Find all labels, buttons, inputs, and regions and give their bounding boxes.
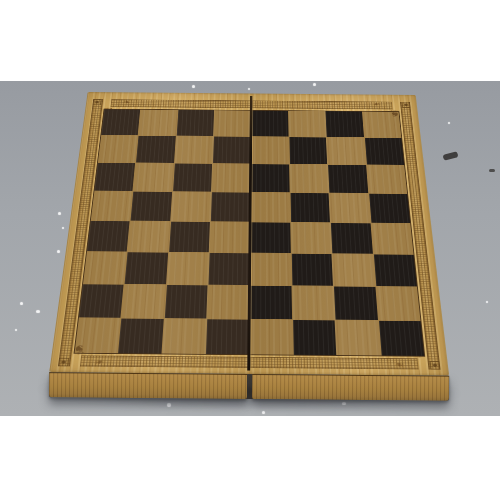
letterbox-bottom bbox=[0, 416, 500, 500]
square-b3[interactable] bbox=[125, 252, 168, 284]
square-h3[interactable] bbox=[374, 254, 417, 286]
square-e8[interactable] bbox=[252, 111, 289, 137]
square-a1[interactable] bbox=[75, 318, 121, 353]
floor-mark bbox=[489, 169, 495, 172]
square-g4[interactable] bbox=[331, 223, 372, 254]
square-b8[interactable] bbox=[139, 110, 177, 136]
board-front-edge bbox=[49, 372, 449, 400]
square-d1[interactable] bbox=[206, 319, 249, 354]
square-f2[interactable] bbox=[292, 286, 335, 319]
board-front-left bbox=[49, 372, 247, 399]
corner-rosette-icon bbox=[92, 99, 101, 105]
square-b2[interactable] bbox=[122, 285, 166, 318]
square-c4[interactable] bbox=[169, 222, 210, 253]
strip-ornament-icon: ❧ bbox=[94, 357, 104, 366]
square-e2[interactable] bbox=[250, 286, 292, 319]
square-h7[interactable] bbox=[365, 138, 405, 165]
square-c7[interactable] bbox=[175, 136, 214, 163]
square-f6[interactable] bbox=[290, 164, 329, 192]
square-c8[interactable] bbox=[176, 110, 214, 136]
square-d3[interactable] bbox=[209, 253, 250, 285]
square-d6[interactable] bbox=[212, 164, 251, 192]
board-top-face: ❦ ❦ ❦ ❦ ❧ ❧ ❧ ❧ bbox=[49, 92, 449, 376]
square-f5[interactable] bbox=[290, 193, 330, 222]
square-b6[interactable] bbox=[134, 163, 174, 191]
corner-rosette-icon bbox=[402, 102, 411, 108]
square-c6[interactable] bbox=[173, 163, 212, 191]
square-e7[interactable] bbox=[251, 137, 289, 164]
square-a2[interactable] bbox=[79, 284, 124, 317]
square-e3[interactable] bbox=[250, 253, 291, 285]
square-c2[interactable] bbox=[165, 285, 208, 318]
square-h2[interactable] bbox=[376, 287, 420, 320]
square-g2[interactable] bbox=[334, 286, 377, 319]
square-a7[interactable] bbox=[98, 136, 138, 163]
square-h1[interactable] bbox=[379, 321, 424, 356]
square-g7[interactable] bbox=[327, 137, 366, 164]
square-d5[interactable] bbox=[211, 192, 250, 221]
square-f7[interactable] bbox=[289, 137, 327, 164]
square-e6[interactable] bbox=[251, 164, 289, 192]
square-d4[interactable] bbox=[210, 222, 250, 253]
square-d2[interactable] bbox=[207, 285, 249, 318]
square-b5[interactable] bbox=[131, 192, 172, 221]
square-b4[interactable] bbox=[128, 221, 170, 252]
square-h5[interactable] bbox=[369, 194, 410, 223]
strip-ornament-icon: ❧ bbox=[395, 360, 405, 369]
square-g5[interactable] bbox=[330, 193, 371, 222]
square-f1[interactable] bbox=[293, 320, 337, 355]
strip-ornament-icon: ❧ bbox=[122, 99, 130, 106]
square-f3[interactable] bbox=[292, 254, 334, 286]
square-g3[interactable] bbox=[333, 254, 375, 286]
letterbox-top bbox=[0, 0, 500, 81]
square-b7[interactable] bbox=[136, 136, 175, 163]
square-e4[interactable] bbox=[251, 222, 291, 253]
chessboard: ❦ ❦ ❦ ❦ ❧ ❧ ❧ ❧ bbox=[49, 92, 449, 376]
square-g8[interactable] bbox=[326, 111, 364, 137]
photograph: ❦ ❦ ❦ ❦ ❧ ❧ ❧ ❧ bbox=[0, 0, 500, 500]
floor: ❦ ❦ ❦ ❦ ❧ ❧ ❧ ❧ bbox=[0, 81, 500, 416]
square-a5[interactable] bbox=[91, 191, 133, 220]
square-a6[interactable] bbox=[94, 163, 135, 191]
corner-rosette-icon bbox=[430, 361, 441, 370]
strip-ornament-icon: ❧ bbox=[373, 101, 381, 108]
board-scene: ❦ ❦ ❦ ❦ ❧ ❧ ❧ ❧ bbox=[50, 81, 450, 416]
square-a4[interactable] bbox=[87, 221, 130, 252]
corner-rosette-icon bbox=[58, 358, 69, 367]
square-c1[interactable] bbox=[162, 319, 206, 354]
square-a3[interactable] bbox=[83, 252, 127, 284]
square-d8[interactable] bbox=[214, 110, 251, 136]
square-h4[interactable] bbox=[371, 223, 413, 254]
square-f4[interactable] bbox=[291, 223, 332, 254]
square-g1[interactable] bbox=[336, 320, 381, 355]
square-a8[interactable] bbox=[101, 109, 140, 135]
square-e5[interactable] bbox=[251, 193, 290, 222]
square-c5[interactable] bbox=[171, 192, 211, 221]
square-d7[interactable] bbox=[213, 137, 251, 164]
square-g6[interactable] bbox=[328, 165, 368, 193]
square-h8[interactable] bbox=[363, 112, 402, 138]
square-e1[interactable] bbox=[250, 320, 293, 355]
square-c3[interactable] bbox=[167, 253, 209, 285]
square-f8[interactable] bbox=[289, 111, 326, 137]
square-h6[interactable] bbox=[367, 165, 407, 193]
board-front-right bbox=[251, 374, 449, 401]
square-b1[interactable] bbox=[118, 319, 163, 354]
